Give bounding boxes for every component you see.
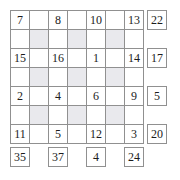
blocked-cell xyxy=(68,30,86,48)
operator-slot-cell[interactable] xyxy=(106,87,124,105)
operator-slot-cell[interactable] xyxy=(106,11,124,29)
blocked-cell xyxy=(30,106,48,124)
operator-slot-cell[interactable] xyxy=(30,49,48,67)
operator-slot-cell[interactable] xyxy=(68,125,86,143)
row-target-box: 20 xyxy=(147,124,167,144)
given-number-cell: 7 xyxy=(11,11,29,29)
operator-slot-cell[interactable] xyxy=(49,68,67,86)
crossmath-puzzle-board: 78101315161142469115123 2217520 3537424 xyxy=(0,0,180,180)
operator-slot-cell[interactable] xyxy=(106,125,124,143)
operator-slot-cell[interactable] xyxy=(68,87,86,105)
given-number-cell: 4 xyxy=(49,87,67,105)
given-number-cell: 13 xyxy=(125,11,143,29)
operator-slot-cell[interactable] xyxy=(11,106,29,124)
given-number-cell: 12 xyxy=(87,125,105,143)
given-number-cell: 5 xyxy=(49,125,67,143)
blocked-cell xyxy=(30,30,48,48)
blocked-cell xyxy=(106,106,124,124)
blocked-cell xyxy=(68,106,86,124)
given-number-cell: 2 xyxy=(11,87,29,105)
blocked-cell xyxy=(106,30,124,48)
col-target-box: 4 xyxy=(86,147,106,167)
operator-slot-cell[interactable] xyxy=(125,30,143,48)
given-number-cell: 1 xyxy=(87,49,105,67)
given-number-cell: 10 xyxy=(87,11,105,29)
given-number-cell: 8 xyxy=(49,11,67,29)
col-target-box: 37 xyxy=(48,147,68,167)
main-grid: 78101315161142469115123 xyxy=(10,10,144,144)
row-target-box: 5 xyxy=(147,86,167,106)
operator-slot-cell[interactable] xyxy=(68,11,86,29)
given-number-cell: 15 xyxy=(11,49,29,67)
operator-slot-cell[interactable] xyxy=(125,106,143,124)
operator-slot-cell[interactable] xyxy=(106,49,124,67)
given-number-cell: 9 xyxy=(125,87,143,105)
given-number-cell: 16 xyxy=(49,49,67,67)
col-target-box: 35 xyxy=(10,147,30,167)
given-number-cell: 11 xyxy=(11,125,29,143)
operator-slot-cell[interactable] xyxy=(87,106,105,124)
operator-slot-cell[interactable] xyxy=(30,87,48,105)
row-target-box: 22 xyxy=(147,10,167,30)
operator-slot-cell[interactable] xyxy=(11,68,29,86)
operator-slot-cell[interactable] xyxy=(30,11,48,29)
given-number-cell: 14 xyxy=(125,49,143,67)
given-number-cell: 6 xyxy=(87,87,105,105)
operator-slot-cell[interactable] xyxy=(49,30,67,48)
row-target-box: 17 xyxy=(147,48,167,68)
operator-slot-cell[interactable] xyxy=(87,30,105,48)
col-target-box: 24 xyxy=(124,147,144,167)
operator-slot-cell[interactable] xyxy=(87,68,105,86)
blocked-cell xyxy=(30,68,48,86)
blocked-cell xyxy=(68,68,86,86)
operator-slot-cell[interactable] xyxy=(30,125,48,143)
operator-slot-cell[interactable] xyxy=(11,30,29,48)
operator-slot-cell[interactable] xyxy=(125,68,143,86)
operator-slot-cell[interactable] xyxy=(68,49,86,67)
blocked-cell xyxy=(106,68,124,86)
operator-slot-cell[interactable] xyxy=(49,106,67,124)
given-number-cell: 3 xyxy=(125,125,143,143)
